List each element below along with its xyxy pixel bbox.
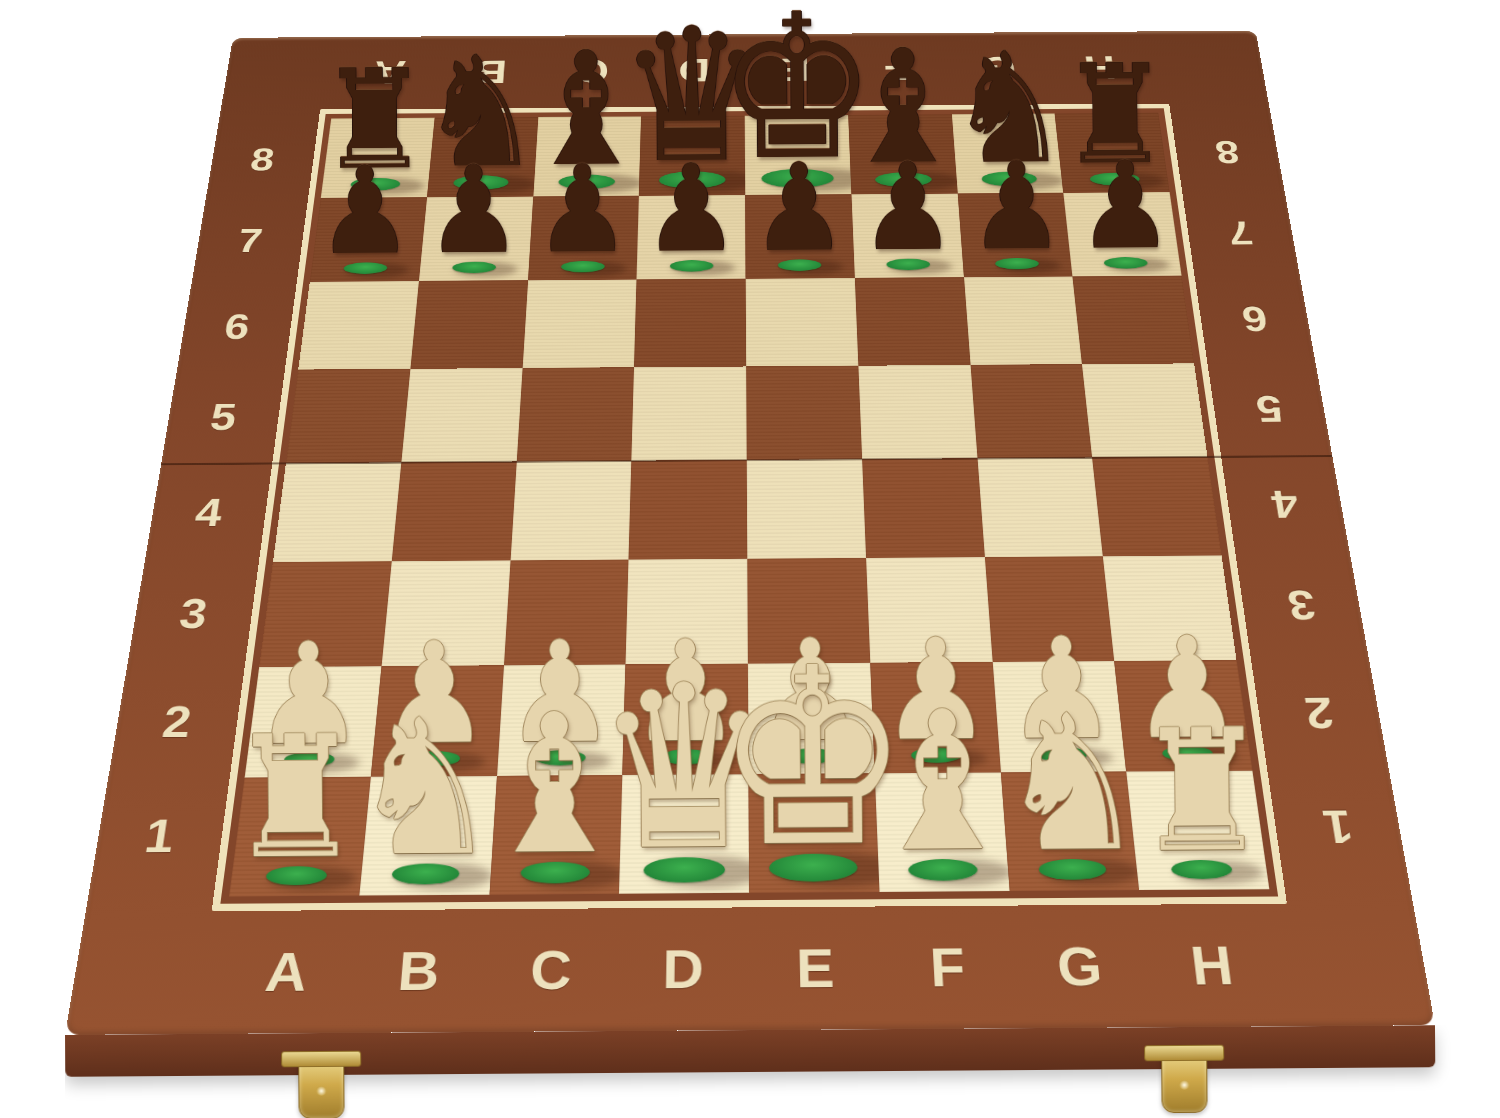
rank-label-left-5: 5 [207, 395, 240, 438]
square-d4[interactable] [629, 460, 748, 560]
inlay-gap: ♜♞♝♛♚♝♞♜♟♟♟♟♟♟♟♟♟♟♟♟♟♟♟♟♜♞♝♛♚♝♞♜ [220, 108, 1278, 904]
file-label-top-a: A [371, 54, 408, 92]
square-e6[interactable] [746, 278, 859, 367]
piece-black-pawn-b7[interactable]: ♟ [419, 196, 533, 280]
piece-black-pawn-c7[interactable]: ♟ [528, 196, 639, 280]
file-label-top-b: B [473, 53, 508, 90]
square-h4[interactable] [1092, 457, 1221, 556]
black-pawn-glyph: ♟ [534, 152, 630, 267]
rank-label-right-7: 7 [1225, 214, 1256, 253]
square-b6[interactable] [410, 280, 528, 369]
file-label-bottom-f: F [928, 935, 967, 998]
file-label-bottom-e: E [796, 936, 837, 999]
rank-label-right-6: 6 [1238, 299, 1270, 340]
square-g6[interactable] [964, 276, 1083, 365]
square-b1[interactable]: ♞ [359, 776, 496, 895]
rank-label-right-4: 4 [1268, 482, 1302, 528]
square-d5[interactable] [632, 367, 747, 461]
black-pawn-glyph: ♟ [968, 149, 1064, 264]
white-knight-glyph: ♞ [998, 694, 1147, 873]
black-pawn-glyph: ♟ [317, 153, 413, 268]
square-e7[interactable]: ♟ [745, 194, 854, 278]
square-e1[interactable]: ♚ [749, 774, 880, 893]
box-front-edge [65, 1025, 1435, 1077]
piece-white-knight-b1[interactable]: ♞ [359, 776, 496, 895]
black-pawn-glyph: ♟ [426, 153, 522, 268]
square-f6[interactable] [855, 277, 971, 366]
rank-label-right-8: 8 [1212, 134, 1242, 171]
square-c6[interactable] [522, 279, 637, 368]
piece-black-pawn-f7[interactable]: ♟ [851, 193, 963, 277]
square-g4[interactable] [977, 457, 1103, 556]
square-f4[interactable] [862, 458, 985, 557]
square-h1[interactable]: ♜ [1126, 771, 1269, 890]
square-a5[interactable] [286, 369, 410, 463]
rank-label-left-3: 3 [176, 589, 211, 637]
file-label-bottom-h: H [1187, 933, 1237, 996]
piece-white-king-e1[interactable]: ♚ [749, 774, 880, 893]
photo-canvas: ♜♞♝♛♚♝♞♜♟♟♟♟♟♟♟♟♟♟♟♟♟♟♟♟♜♞♝♛♚♝♞♜ ABCDEFG… [0, 0, 1500, 1118]
rank-label-left-7: 7 [235, 221, 266, 260]
black-pawn-glyph: ♟ [751, 150, 847, 265]
white-rook-glyph: ♜ [1135, 711, 1269, 872]
sycamore-inlay-line: ♜♞♝♛♚♝♞♜♟♟♟♟♟♟♟♟♟♟♟♟♟♟♟♟♜♞♝♛♚♝♞♜ [212, 104, 1287, 912]
squares-grid: ♜♞♝♛♚♝♞♜♟♟♟♟♟♟♟♟♟♟♟♟♟♟♟♟♜♞♝♛♚♝♞♜ [229, 113, 1269, 897]
white-king-glyph: ♚ [716, 641, 911, 875]
board-scene: ♜♞♝♛♚♝♞♜♟♟♟♟♟♟♟♟♟♟♟♟♟♟♟♟♜♞♝♛♚♝♞♜ ABCDEFG… [65, 0, 1435, 1030]
file-label-top-h: H [1081, 49, 1118, 86]
square-a6[interactable] [298, 281, 419, 370]
file-label-top-g: G [979, 50, 1017, 87]
square-g5[interactable] [970, 364, 1092, 458]
square-b5[interactable] [401, 368, 522, 462]
black-pawn-glyph: ♟ [1077, 148, 1173, 263]
square-c7[interactable]: ♟ [528, 196, 639, 280]
piece-white-knight-g1[interactable]: ♞ [1000, 772, 1139, 891]
rank-label-right-2: 2 [1300, 688, 1337, 739]
file-label-top-f: F [882, 50, 912, 87]
white-rook-glyph: ♜ [229, 718, 363, 879]
square-h6[interactable] [1073, 275, 1195, 364]
square-a7[interactable]: ♟ [310, 197, 427, 281]
rank-label-right-1: 1 [1318, 800, 1356, 855]
black-pawn-glyph: ♟ [643, 151, 739, 266]
box-latch-right [1161, 1051, 1207, 1113]
file-label-bottom-g: G [1055, 934, 1106, 997]
square-a1[interactable]: ♜ [229, 777, 371, 896]
box-latch-left [298, 1057, 344, 1118]
rank-label-left-4: 4 [192, 489, 226, 535]
square-c4[interactable] [510, 461, 631, 561]
white-knight-glyph: ♞ [350, 699, 499, 878]
file-label-bottom-c: C [529, 938, 574, 1001]
rank-label-left-2: 2 [159, 695, 195, 746]
rank-label-right-5: 5 [1252, 388, 1285, 431]
square-d6[interactable] [634, 278, 746, 367]
square-a4[interactable] [273, 462, 401, 562]
chess-board: ♜♞♝♛♚♝♞♜♟♟♟♟♟♟♟♟♟♟♟♟♟♟♟♟♜♞♝♛♚♝♞♜ ABCDEFG… [65, 31, 1435, 1035]
rank-label-left-6: 6 [222, 306, 254, 347]
piece-black-pawn-g7[interactable]: ♟ [957, 193, 1072, 277]
piece-black-pawn-a7[interactable]: ♟ [310, 197, 427, 281]
square-f5[interactable] [858, 365, 977, 459]
square-h5[interactable] [1082, 364, 1207, 458]
rank-label-right-3: 3 [1283, 582, 1319, 630]
rank-label-left-8: 8 [248, 141, 278, 178]
square-f7[interactable]: ♟ [851, 193, 963, 277]
file-label-top-c: C [575, 52, 609, 89]
square-b7[interactable]: ♟ [419, 196, 533, 280]
file-label-bottom-b: B [396, 938, 443, 1002]
file-label-top-e: E [780, 51, 811, 88]
piece-black-pawn-h7[interactable]: ♟ [1063, 192, 1181, 276]
square-b4[interactable] [392, 461, 517, 561]
square-d7[interactable]: ♟ [637, 195, 746, 279]
file-label-bottom-a: A [262, 939, 311, 1003]
square-h7[interactable]: ♟ [1063, 192, 1181, 276]
piece-black-pawn-e7[interactable]: ♟ [745, 194, 854, 278]
file-label-top-d: D [677, 52, 710, 89]
square-c5[interactable] [516, 367, 634, 461]
file-label-bottom-d: D [662, 937, 705, 1000]
rank-label-left-1: 1 [141, 808, 179, 863]
square-g1[interactable]: ♞ [1000, 772, 1139, 891]
square-e4[interactable] [747, 459, 866, 558]
piece-black-pawn-d7[interactable]: ♟ [637, 195, 746, 279]
square-g7[interactable]: ♟ [957, 193, 1072, 277]
square-e5[interactable] [746, 366, 862, 460]
black-pawn-glyph: ♟ [860, 150, 956, 265]
piece-white-rook-a1[interactable]: ♜ [229, 777, 371, 896]
piece-white-rook-h1[interactable]: ♜ [1126, 771, 1269, 890]
